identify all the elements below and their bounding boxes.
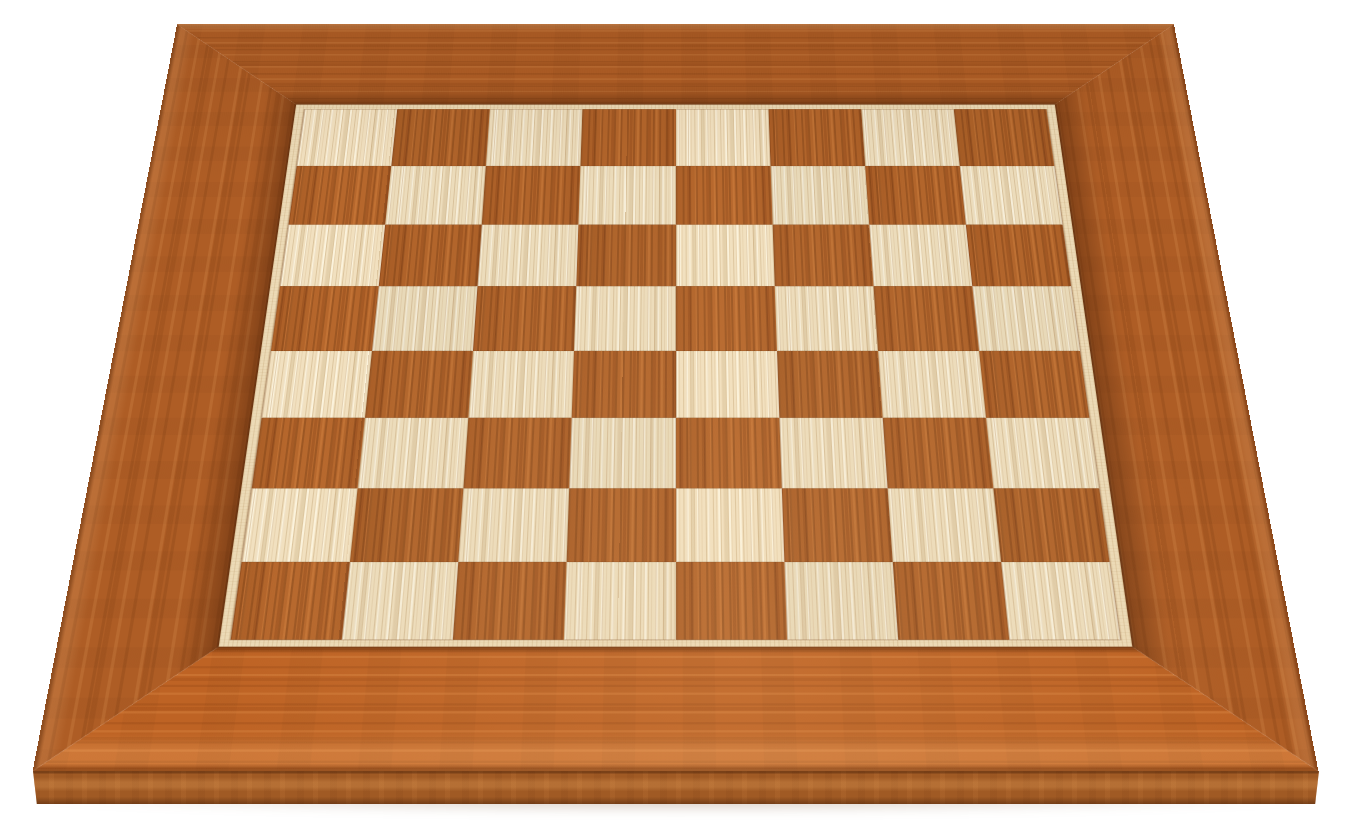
square-h3 bbox=[986, 418, 1099, 488]
square-c3 bbox=[464, 418, 572, 488]
checkerboard bbox=[231, 109, 1121, 639]
square-f8 bbox=[768, 109, 865, 165]
square-g5 bbox=[873, 286, 979, 350]
square-f4 bbox=[777, 351, 883, 418]
square-a4 bbox=[262, 351, 373, 418]
square-c1 bbox=[453, 562, 567, 640]
square-h2 bbox=[993, 488, 1109, 562]
square-d5 bbox=[574, 286, 675, 350]
square-b8 bbox=[391, 109, 490, 165]
square-g3 bbox=[882, 418, 993, 488]
square-g2 bbox=[887, 488, 1001, 562]
square-e7 bbox=[676, 166, 773, 225]
square-e3 bbox=[676, 418, 782, 488]
square-a5 bbox=[271, 286, 379, 350]
square-d7 bbox=[579, 166, 676, 225]
square-e8 bbox=[676, 109, 771, 165]
square-f3 bbox=[779, 418, 887, 488]
square-g6 bbox=[869, 225, 972, 287]
square-h7 bbox=[960, 166, 1063, 225]
square-g8 bbox=[861, 109, 960, 165]
square-e4 bbox=[676, 351, 779, 418]
square-a7 bbox=[289, 166, 392, 225]
square-f2 bbox=[781, 488, 892, 562]
square-a6 bbox=[280, 225, 385, 287]
square-g7 bbox=[865, 166, 966, 225]
square-g4 bbox=[878, 351, 986, 418]
square-a1 bbox=[231, 562, 350, 640]
square-b2 bbox=[350, 488, 464, 562]
square-h8 bbox=[954, 109, 1055, 165]
square-b5 bbox=[372, 286, 478, 350]
square-e1 bbox=[676, 562, 787, 640]
square-b4 bbox=[365, 351, 473, 418]
square-a8 bbox=[297, 109, 398, 165]
maple-inlay-border bbox=[219, 105, 1133, 647]
chessboard bbox=[33, 24, 1319, 771]
square-f1 bbox=[784, 562, 898, 640]
square-h6 bbox=[966, 225, 1071, 287]
square-d1 bbox=[564, 562, 675, 640]
square-c5 bbox=[473, 286, 576, 350]
square-c8 bbox=[486, 109, 583, 165]
square-a2 bbox=[242, 488, 358, 562]
square-b3 bbox=[358, 418, 469, 488]
square-b7 bbox=[385, 166, 486, 225]
frame-bottom bbox=[33, 647, 1319, 771]
square-g1 bbox=[892, 562, 1009, 640]
square-d3 bbox=[570, 418, 676, 488]
board-front-edge bbox=[33, 771, 1319, 804]
square-f7 bbox=[770, 166, 869, 225]
square-f5 bbox=[774, 286, 877, 350]
square-f6 bbox=[772, 225, 873, 287]
square-b6 bbox=[379, 225, 482, 287]
square-b1 bbox=[342, 562, 459, 640]
square-d8 bbox=[581, 109, 676, 165]
square-d6 bbox=[577, 225, 676, 287]
square-e6 bbox=[676, 225, 775, 287]
frame-top bbox=[162, 24, 1190, 104]
square-c7 bbox=[482, 166, 581, 225]
square-c4 bbox=[469, 351, 575, 418]
square-a3 bbox=[252, 418, 365, 488]
square-h1 bbox=[1001, 562, 1120, 640]
square-h5 bbox=[972, 286, 1080, 350]
square-c2 bbox=[459, 488, 570, 562]
square-h4 bbox=[979, 351, 1090, 418]
chessboard-photo bbox=[0, 0, 1356, 824]
square-d2 bbox=[567, 488, 675, 562]
square-d4 bbox=[572, 351, 675, 418]
square-c6 bbox=[478, 225, 579, 287]
square-e2 bbox=[676, 488, 784, 562]
square-e5 bbox=[676, 286, 777, 350]
